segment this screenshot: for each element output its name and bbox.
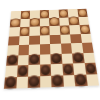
dark-man[interactable] bbox=[17, 65, 29, 77]
square-r6c5[interactable] bbox=[50, 53, 62, 64]
square-r3c2[interactable] bbox=[19, 27, 29, 36]
square-r8c8[interactable] bbox=[86, 74, 99, 86]
board-scene bbox=[0, 0, 100, 100]
square-r6c8[interactable] bbox=[83, 52, 96, 63]
square-r4c2[interactable] bbox=[19, 35, 30, 45]
square-r7c2[interactable] bbox=[17, 65, 29, 77]
dark-man[interactable] bbox=[28, 75, 40, 88]
square-r4c1[interactable] bbox=[8, 36, 19, 46]
square-r5c4[interactable] bbox=[40, 44, 51, 54]
square-r6c2[interactable] bbox=[17, 55, 28, 66]
square-r7c3[interactable] bbox=[28, 65, 40, 77]
square-r3c5[interactable] bbox=[49, 26, 59, 35]
square-r4c5[interactable] bbox=[50, 34, 61, 44]
square-r8c2[interactable] bbox=[16, 76, 28, 88]
square-r5c2[interactable] bbox=[18, 45, 29, 55]
square-r8c3[interactable] bbox=[28, 76, 40, 88]
square-r3c4[interactable] bbox=[39, 26, 49, 35]
square-r6c3[interactable] bbox=[28, 54, 39, 65]
square-r6c4[interactable] bbox=[40, 54, 51, 65]
square-r4c4[interactable] bbox=[39, 35, 50, 45]
square-r4c3[interactable] bbox=[29, 35, 39, 45]
square-r6c1[interactable] bbox=[6, 55, 18, 66]
dark-man[interactable] bbox=[84, 62, 97, 74]
dark-man[interactable] bbox=[40, 64, 52, 76]
square-r7c1[interactable] bbox=[5, 65, 17, 77]
square-r8c1[interactable] bbox=[4, 77, 17, 89]
square-r7c5[interactable] bbox=[51, 64, 63, 75]
square-r3c1[interactable] bbox=[9, 27, 20, 36]
square-r8c4[interactable] bbox=[40, 75, 52, 87]
dark-man[interactable] bbox=[4, 76, 17, 89]
square-r5c8[interactable] bbox=[81, 43, 93, 53]
dark-man[interactable] bbox=[51, 75, 63, 88]
checkers-board bbox=[4, 9, 99, 89]
square-r3c3[interactable] bbox=[29, 26, 39, 35]
square-r3c8[interactable] bbox=[79, 25, 90, 34]
square-r8c5[interactable] bbox=[51, 75, 63, 87]
square-r7c8[interactable] bbox=[84, 63, 97, 74]
board-perspective-wrapper bbox=[4, 9, 99, 89]
square-r7c4[interactable] bbox=[40, 64, 52, 75]
square-r4c8[interactable] bbox=[80, 33, 92, 43]
